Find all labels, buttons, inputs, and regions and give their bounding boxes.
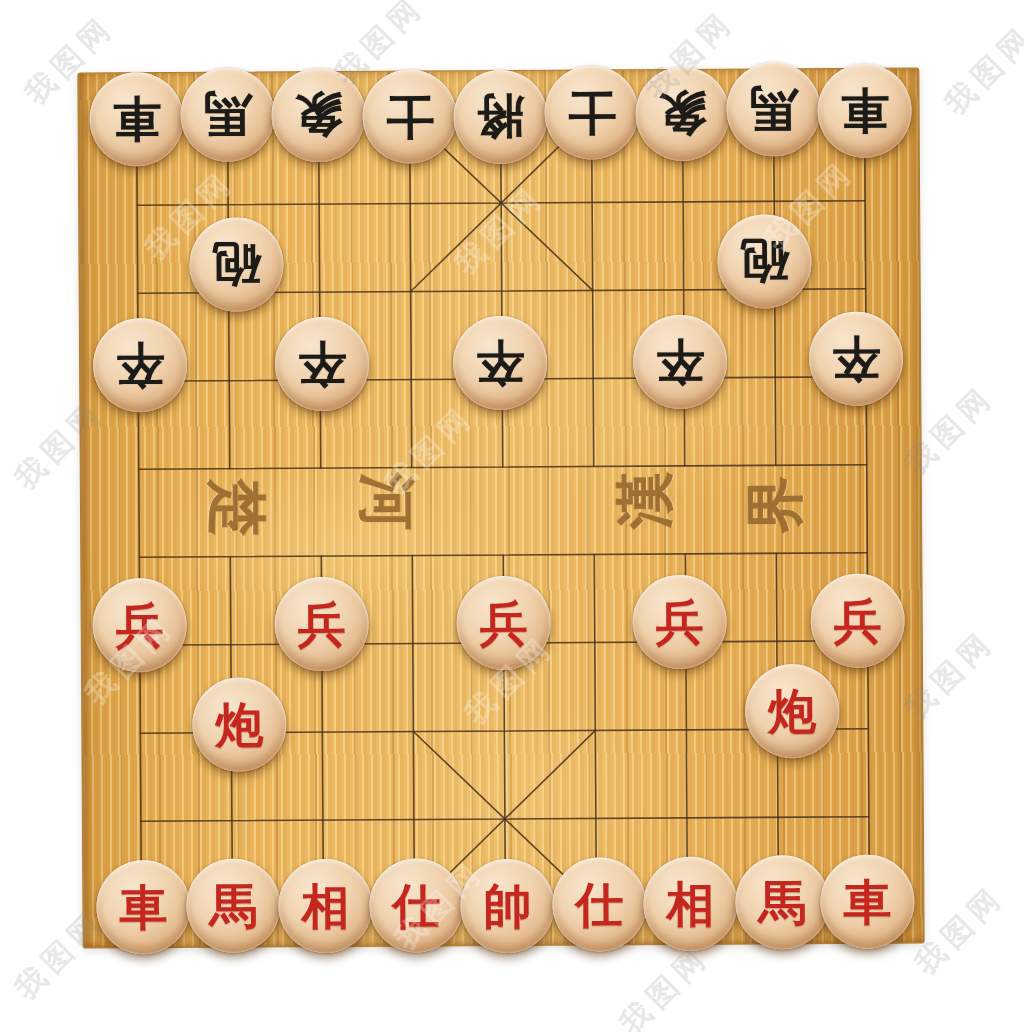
piece-glyph: 卒 [298,340,346,388]
piece-black-soldier[interactable]: 卒 [809,312,904,407]
xiangqi-board: 楚河漢界 車馬象士將士象馬車砲砲卒卒卒卒卒兵兵兵兵兵炮炮車馬相仕帥仕相馬車 [77,67,924,948]
piece-red-elephant[interactable]: 相 [643,857,738,952]
piece-glyph: 士 [567,88,615,136]
piece-red-advisor[interactable]: 仕 [552,857,647,952]
piece-glyph: 車 [843,878,891,926]
piece-glyph: 車 [840,87,888,135]
piece-glyph: 卒 [476,339,524,387]
piece-glyph: 將 [476,93,524,141]
piece-glyph: 仕 [575,880,623,928]
piece-black-soldier[interactable]: 卒 [453,316,548,411]
piece-red-soldier[interactable]: 兵 [810,574,905,669]
piece-black-horse[interactable]: 馬 [726,62,821,157]
piece-red-elephant[interactable]: 相 [278,859,373,954]
river-label-jie: 界 [737,475,815,533]
piece-red-chariot[interactable]: 車 [96,860,191,955]
piece-glyph: 兵 [480,599,528,647]
piece-red-horse[interactable]: 馬 [186,858,281,953]
piece-glyph: 砲 [740,237,788,285]
photo-stage: 楚河漢界 車馬象士將士象馬車砲砲卒卒卒卒卒兵兵兵兵兵炮炮車馬相仕帥仕相馬車 我图… [0,0,1024,1032]
piece-glyph: 相 [666,880,714,928]
piece-glyph: 仕 [392,881,440,929]
piece-red-chariot[interactable]: 車 [820,854,915,949]
site-watermark: 我图网 [611,936,718,1032]
piece-glyph: 象 [294,91,342,139]
piece-glyph: 兵 [656,598,704,646]
piece-black-soldier[interactable]: 卒 [93,318,188,413]
piece-glyph: 兵 [298,600,346,648]
piece-black-chariot[interactable]: 車 [817,63,912,158]
piece-red-soldier[interactable]: 兵 [92,578,187,673]
piece-glyph: 帥 [483,882,531,930]
piece-glyph: 馬 [758,878,806,926]
piece-red-horse[interactable]: 馬 [735,855,830,950]
piece-black-general[interactable]: 將 [453,70,548,165]
piece-black-advisor[interactable]: 士 [362,69,457,164]
piece-glyph: 炮 [768,687,816,735]
piece-glyph: 卒 [832,335,880,383]
piece-black-chariot[interactable]: 車 [89,72,184,167]
piece-glyph: 馬 [209,881,257,929]
piece-red-cannon[interactable]: 炮 [745,664,840,759]
piece-black-elephant[interactable]: 象 [635,67,730,162]
piece-glyph: 卒 [656,338,704,386]
piece-glyph: 車 [119,883,167,931]
piece-red-soldier[interactable]: 兵 [632,575,727,670]
piece-red-advisor[interactable]: 仕 [369,858,464,953]
piece-glyph: 車 [112,95,160,143]
piece-black-advisor[interactable]: 士 [544,65,639,160]
piece-glyph: 馬 [749,85,797,133]
piece-glyph: 兵 [116,601,164,649]
piece-glyph: 砲 [212,240,260,288]
piece-glyph: 兵 [834,597,882,645]
piece-red-general[interactable]: 帥 [460,859,555,954]
piece-glyph: 相 [301,882,349,930]
piece-black-cannon[interactable]: 砲 [189,217,284,312]
site-watermark: 我图网 [936,16,1024,123]
piece-glyph: 士 [385,92,433,140]
piece-red-cannon[interactable]: 炮 [192,677,287,772]
piece-black-cannon[interactable]: 砲 [717,214,812,309]
river-label-he: 河 [347,472,425,530]
piece-black-soldier[interactable]: 卒 [275,317,370,412]
river-label-chu: 楚 [197,478,275,536]
piece-black-elephant[interactable]: 象 [271,68,366,163]
piece-black-soldier[interactable]: 卒 [633,315,728,410]
piece-layer: 車馬象士將士象馬車砲砲卒卒卒卒卒兵兵兵兵兵炮炮車馬相仕帥仕相馬車 [78,68,918,73]
piece-glyph: 馬 [203,91,251,139]
piece-black-horse[interactable]: 馬 [180,67,275,162]
piece-glyph: 象 [658,90,706,138]
piece-glyph: 卒 [116,341,164,389]
piece-red-soldier[interactable]: 兵 [274,577,369,672]
piece-red-soldier[interactable]: 兵 [456,576,551,671]
piece-glyph: 炮 [215,700,263,748]
river-label-han: 漢 [607,471,685,529]
